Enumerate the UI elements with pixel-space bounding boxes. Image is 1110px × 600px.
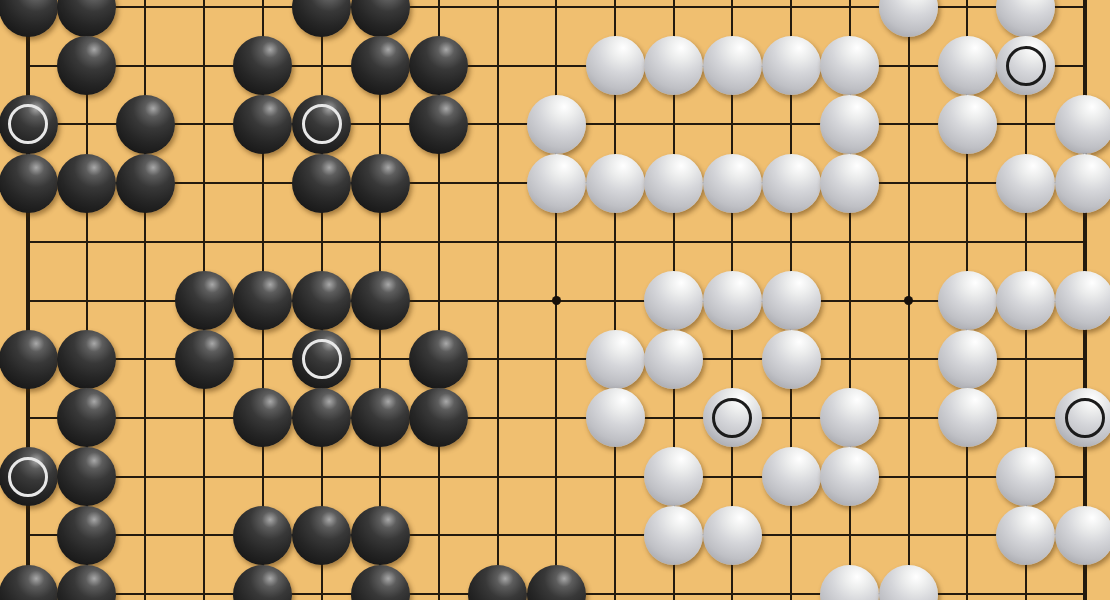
- grid-line-horizontal: [26, 476, 1087, 478]
- stone-white[interactable]: [703, 154, 762, 213]
- stone-white[interactable]: [644, 271, 703, 330]
- stone-black[interactable]: [57, 506, 116, 565]
- stone-white[interactable]: [527, 95, 586, 154]
- stone-white[interactable]: [1055, 388, 1110, 447]
- go-board[interactable]: [0, 0, 1110, 600]
- stone-black[interactable]: [175, 330, 234, 389]
- stone-black[interactable]: [351, 271, 410, 330]
- stone-black[interactable]: [57, 36, 116, 95]
- grid-line-horizontal: [26, 417, 1087, 419]
- stone-black[interactable]: [351, 506, 410, 565]
- circle-marker: [302, 104, 342, 144]
- stone-white[interactable]: [762, 447, 821, 506]
- stone-white[interactable]: [703, 271, 762, 330]
- circle-marker: [8, 104, 48, 144]
- stone-white[interactable]: [1055, 154, 1110, 213]
- circle-marker: [8, 457, 48, 497]
- stone-white[interactable]: [1055, 271, 1110, 330]
- stone-white[interactable]: [820, 95, 879, 154]
- stone-black[interactable]: [0, 154, 58, 213]
- stone-white[interactable]: [762, 154, 821, 213]
- stone-white[interactable]: [644, 154, 703, 213]
- stone-white[interactable]: [996, 271, 1055, 330]
- stone-white[interactable]: [703, 388, 762, 447]
- stone-black[interactable]: [292, 271, 351, 330]
- stone-black[interactable]: [57, 330, 116, 389]
- stone-white[interactable]: [586, 330, 645, 389]
- circle-marker: [712, 398, 752, 438]
- stone-white[interactable]: [1055, 95, 1110, 154]
- circle-marker: [1065, 398, 1105, 438]
- stone-white[interactable]: [820, 154, 879, 213]
- stone-black[interactable]: [351, 36, 410, 95]
- stone-black[interactable]: [351, 388, 410, 447]
- hoshi-star-point: [552, 296, 561, 305]
- stone-black[interactable]: [0, 330, 58, 389]
- stone-white[interactable]: [762, 330, 821, 389]
- circle-marker: [302, 339, 342, 379]
- stone-white[interactable]: [1055, 506, 1110, 565]
- stone-black[interactable]: [292, 330, 351, 389]
- grid-line-horizontal: [26, 241, 1087, 243]
- stone-black[interactable]: [233, 95, 292, 154]
- stone-white[interactable]: [938, 388, 997, 447]
- hoshi-star-point: [904, 296, 913, 305]
- stone-white[interactable]: [820, 447, 879, 506]
- stone-black[interactable]: [233, 506, 292, 565]
- stone-white[interactable]: [644, 330, 703, 389]
- stone-white[interactable]: [644, 36, 703, 95]
- stone-white[interactable]: [703, 506, 762, 565]
- stone-black[interactable]: [409, 95, 468, 154]
- stone-black[interactable]: [175, 271, 234, 330]
- stone-white[interactable]: [762, 271, 821, 330]
- stone-black[interactable]: [292, 95, 351, 154]
- stone-black[interactable]: [116, 154, 175, 213]
- stone-white[interactable]: [938, 36, 997, 95]
- stone-white[interactable]: [938, 95, 997, 154]
- grid-line-horizontal: [26, 534, 1087, 536]
- stone-white[interactable]: [996, 506, 1055, 565]
- circle-marker: [1006, 46, 1046, 86]
- stone-white[interactable]: [586, 154, 645, 213]
- stone-white[interactable]: [762, 36, 821, 95]
- stone-white[interactable]: [586, 388, 645, 447]
- stone-white[interactable]: [644, 447, 703, 506]
- stone-white[interactable]: [703, 36, 762, 95]
- grid-line-horizontal: [26, 65, 1087, 67]
- stone-black[interactable]: [0, 447, 58, 506]
- stone-white[interactable]: [996, 154, 1055, 213]
- stone-black[interactable]: [292, 154, 351, 213]
- stone-black[interactable]: [292, 506, 351, 565]
- stone-black[interactable]: [292, 388, 351, 447]
- stone-white[interactable]: [938, 330, 997, 389]
- stone-white[interactable]: [644, 506, 703, 565]
- stone-white[interactable]: [586, 36, 645, 95]
- stone-black[interactable]: [409, 330, 468, 389]
- stone-white[interactable]: [527, 154, 586, 213]
- stone-black[interactable]: [116, 95, 175, 154]
- stone-black[interactable]: [351, 154, 410, 213]
- stone-black[interactable]: [57, 447, 116, 506]
- stone-black[interactable]: [0, 95, 58, 154]
- stone-black[interactable]: [57, 154, 116, 213]
- stone-black[interactable]: [233, 271, 292, 330]
- stone-white[interactable]: [938, 271, 997, 330]
